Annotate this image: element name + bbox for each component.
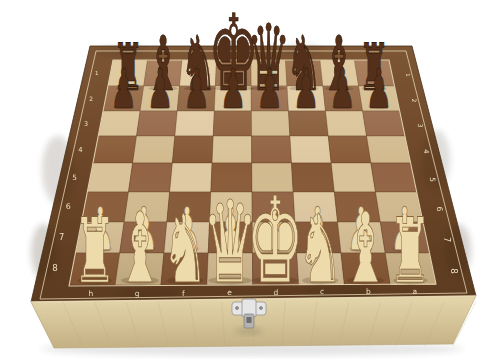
rank-label-left-4: 4	[78, 146, 82, 154]
piece-black-pawn-a2: ♟	[366, 57, 393, 120]
piece-black-pawn-b2: ♟	[329, 57, 356, 120]
piece-white-bishop-g8: ♝	[116, 191, 163, 304]
square-a5	[371, 163, 417, 192]
rank-label-right-4: 4	[422, 149, 430, 153]
piece-white-rook-a8: ♜	[389, 199, 432, 303]
rank-label-left-8: 8	[52, 263, 58, 273]
piece-black-pawn-d2: ♟	[256, 57, 283, 120]
rank-label-left-3: 3	[84, 120, 88, 128]
piece-black-pawn-g2: ♟	[147, 57, 174, 120]
rank-label-left-5: 5	[72, 173, 77, 182]
rank-label-left-1: 1	[95, 70, 99, 76]
square-g4	[133, 136, 175, 163]
piece-black-pawn-f2: ♟	[183, 57, 210, 120]
square-b4	[328, 136, 371, 163]
square-d4	[252, 136, 292, 163]
chess-set-photo: Overhead product photo of a folding wood…	[0, 0, 500, 359]
piece-black-pawn-c2: ♟	[293, 57, 320, 120]
square-f4	[172, 136, 213, 163]
board-scene: 1234567812345678hgfedcba♜♝♞♛♚♞♝♜♟♟♟♟♟♟♟♟…	[0, 0, 500, 359]
rank-label-left-6: 6	[66, 202, 71, 211]
rank-label-right-1: 1	[405, 73, 411, 77]
rank-label-right-2: 2	[411, 99, 418, 103]
rank-label-left-7: 7	[59, 232, 64, 242]
rank-label-right-7: 7	[442, 237, 452, 242]
rank-label-right-8: 8	[449, 268, 459, 274]
piece-white-knight-c8: ♞	[297, 194, 343, 305]
square-c4	[290, 136, 331, 163]
piece-white-knight-f8: ♞	[162, 194, 208, 305]
square-b5	[331, 163, 375, 192]
rank-label-right-3: 3	[416, 123, 424, 127]
piece-black-pawn-h2: ♟	[110, 57, 137, 120]
piece-white-queen-e8: ♛	[202, 176, 257, 309]
piece-black-pawn-e2: ♟	[220, 57, 247, 120]
piece-white-rook-h8: ♜	[73, 199, 116, 303]
square-a4	[367, 136, 411, 163]
rank-label-right-5: 5	[428, 177, 437, 182]
square-h5	[87, 163, 132, 192]
square-h4	[93, 136, 137, 163]
rank-label-left-2: 2	[89, 95, 93, 102]
rank-label-right-6: 6	[435, 207, 444, 212]
square-e4	[212, 136, 252, 163]
square-g5	[128, 163, 172, 192]
piece-white-bishop-b8: ♝	[342, 191, 389, 304]
